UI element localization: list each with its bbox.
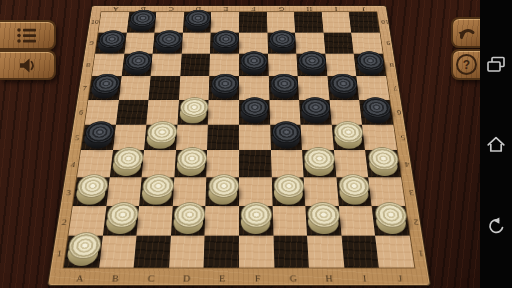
piece-dark-man-e9[interactable] [212,30,237,53]
square-b2[interactable] [103,206,140,236]
piece-top [269,30,296,48]
piece-dark-man-j6[interactable] [361,97,391,123]
piece-dark-man-i7[interactable] [329,74,358,99]
piece-dark-man-g9[interactable] [269,30,295,53]
piece-light-man-j4[interactable] [367,147,399,176]
piece-light-man-g3[interactable] [273,174,303,204]
board-3d-wrapper: AABBCCDDEEFFGGHHIIJJ11223344556677889910… [47,6,431,286]
square-h3[interactable] [304,177,339,206]
speaker-icon [19,57,36,74]
piece-light-man-c5[interactable] [146,122,175,149]
rank-label-right-8: 8 [383,62,400,69]
square-h1[interactable] [307,236,344,268]
piece-top [307,203,340,228]
square-b1[interactable] [99,236,137,268]
square-d3[interactable] [173,177,207,206]
square-i7[interactable] [327,76,359,99]
square-h2[interactable] [305,206,341,236]
square-h4[interactable] [302,150,336,177]
piece-dark-man-a5[interactable] [83,122,114,149]
piece-dark-man-g7[interactable] [270,74,297,99]
piece-light-man-h2[interactable] [307,203,339,235]
square-i5[interactable] [331,124,365,150]
square-d6[interactable] [177,100,209,125]
square-c5[interactable] [144,124,177,150]
board-frame: AABBCCDDEEFFGGHHIIJJ11223344556677889910… [47,6,431,286]
square-f1[interactable] [239,236,274,268]
square-g9[interactable] [267,32,296,53]
file-label-bottom-j: J [389,273,410,283]
square-e5[interactable] [207,124,239,150]
piece-top [272,122,302,143]
rank-label-right-1: 1 [410,248,431,257]
square-i1[interactable] [341,236,379,268]
piece-top [304,147,335,169]
square-a5[interactable] [81,124,116,150]
piece-light-man-c3[interactable] [141,174,172,204]
square-c7[interactable] [149,76,180,99]
square-d1[interactable] [169,236,205,268]
square-i4[interactable] [334,150,369,177]
file-label-bottom-f: F [248,273,268,283]
piece-light-man-i5[interactable] [333,122,363,149]
square-e9[interactable] [210,32,239,53]
square-a3[interactable] [73,177,110,206]
square-f4[interactable] [239,150,271,177]
square-b7[interactable] [119,76,151,99]
square-g3[interactable] [271,177,305,206]
square-f2[interactable] [239,206,273,236]
square-f6[interactable] [239,100,270,125]
list-menu-icon [16,27,38,44]
square-j2[interactable] [372,206,410,236]
piece-light-man-d4[interactable] [176,147,205,176]
piece-top [212,30,239,48]
screen: AABBCCDDEEFFGGHHIIJJ11223344556677889910… [0,0,512,288]
square-c9[interactable] [153,32,183,53]
rank-label-right-5: 5 [393,134,412,142]
square-d8[interactable] [180,54,210,76]
square-c1[interactable] [134,236,171,268]
piece-light-man-b2[interactable] [105,203,138,235]
home-icon[interactable] [486,134,506,154]
undo-button[interactable] [451,17,480,48]
sound-button[interactable] [0,50,56,80]
square-f3[interactable] [239,177,272,206]
file-label-bottom-e: E [212,273,232,283]
board-squares [64,12,415,268]
piece-light-man-a1[interactable] [66,233,101,266]
square-a4[interactable] [77,150,113,177]
piece-dark-man-a9[interactable] [97,30,125,53]
square-g4[interactable] [271,150,304,177]
rank-label-right-6: 6 [390,109,408,116]
square-j4[interactable] [365,150,401,177]
square-a1[interactable] [64,236,103,268]
piece-dark-man-c9[interactable] [155,30,182,53]
square-c3[interactable] [139,177,174,206]
help-label: ? [463,59,470,71]
square-b6[interactable] [116,100,149,125]
piece-top [270,74,299,93]
piece-dark-man-h8[interactable] [298,51,325,75]
file-label-bottom-d: D [176,273,196,283]
square-b10[interactable] [127,12,157,33]
square-d9[interactable] [181,32,210,53]
rank-label-right-10: 10 [376,19,393,25]
piece-dark-man-a7[interactable] [90,74,119,99]
square-c4[interactable] [142,150,176,177]
piece-dark-man-d10[interactable] [184,10,209,32]
help-button[interactable]: ? [451,49,480,80]
square-h8[interactable] [296,54,327,76]
square-g2[interactable] [272,206,307,236]
piece-top [329,74,359,93]
square-e1[interactable] [204,236,239,268]
piece-light-man-j2[interactable] [374,203,408,235]
square-j3[interactable] [369,177,406,206]
piece-light-man-i3[interactable] [338,174,370,204]
piece-top [298,51,326,70]
square-d10[interactable] [183,12,212,33]
square-h6[interactable] [299,100,331,125]
file-label-bottom-i: I [354,273,375,283]
piece-light-man-a3[interactable] [75,174,108,204]
square-b4[interactable] [109,150,144,177]
square-b3[interactable] [106,177,142,206]
square-f5[interactable] [239,124,271,150]
piece-dark-man-h6[interactable] [301,97,330,123]
game-table-background: AABBCCDDEEFFGGHHIIJJ11223344556677889910… [0,0,480,288]
square-d2[interactable] [171,206,206,236]
piece-dark-man-g5[interactable] [272,122,301,149]
piece-light-man-d2[interactable] [173,203,204,235]
square-j8[interactable] [354,54,386,76]
square-a2[interactable] [68,206,106,236]
file-label-bottom-c: C [141,273,162,283]
square-i9[interactable] [323,32,354,53]
menu-button[interactable] [0,20,56,50]
recent-apps-icon[interactable] [486,55,506,75]
question-mark-icon: ? [456,54,477,75]
piece-light-man-e3[interactable] [208,174,237,204]
square-a9[interactable] [95,32,126,53]
square-d4[interactable] [174,150,207,177]
square-b8[interactable] [121,54,152,76]
square-c8[interactable] [151,54,182,76]
piece-light-man-f2[interactable] [241,203,271,235]
piece-dark-man-e7[interactable] [211,74,237,99]
piece-top [301,97,331,117]
rank-label-right-9: 9 [380,40,397,46]
back-arrow-icon[interactable] [486,215,506,235]
rank-label-right-3: 3 [401,188,421,196]
square-a7[interactable] [88,76,121,99]
square-f8[interactable] [239,54,268,76]
piece-top [211,74,239,93]
square-i10[interactable] [322,12,352,33]
square-e2[interactable] [205,206,239,236]
undo-arrow-icon [457,24,476,41]
square-j10[interactable] [349,12,380,33]
file-label-bottom-a: A [69,273,90,283]
file-label-bottom-h: H [319,273,340,283]
square-j6[interactable] [359,100,393,125]
rank-label-right-4: 4 [397,161,416,169]
piece-light-man-h4[interactable] [304,147,334,176]
piece-light-man-b4[interactable] [112,147,143,176]
square-e7[interactable] [209,76,239,99]
piece-top [208,174,239,198]
piece-dark-man-b10[interactable] [128,10,155,32]
rank-label-right-7: 7 [386,85,404,92]
square-g7[interactable] [268,76,299,99]
square-e4[interactable] [207,150,239,177]
square-f10[interactable] [239,12,267,33]
file-label-bottom-b: B [105,273,126,283]
square-c2[interactable] [137,206,173,236]
square-i3[interactable] [336,177,372,206]
rank-label-right-2: 2 [406,218,426,227]
square-e6[interactable] [208,100,239,125]
square-h10[interactable] [294,12,323,33]
square-g5[interactable] [270,124,302,150]
piece-dark-man-b8[interactable] [123,51,151,75]
square-j1[interactable] [375,236,414,268]
piece-dark-man-f6[interactable] [241,97,268,123]
piece-light-man-d6[interactable] [179,97,207,123]
square-i2[interactable] [339,206,376,236]
square-e3[interactable] [206,177,239,206]
file-label-bottom-g: G [283,273,303,283]
piece-dark-man-j8[interactable] [355,51,384,75]
square-g1[interactable] [273,236,309,268]
piece-dark-man-f8[interactable] [241,51,267,75]
android-navigation-bar [480,0,512,288]
